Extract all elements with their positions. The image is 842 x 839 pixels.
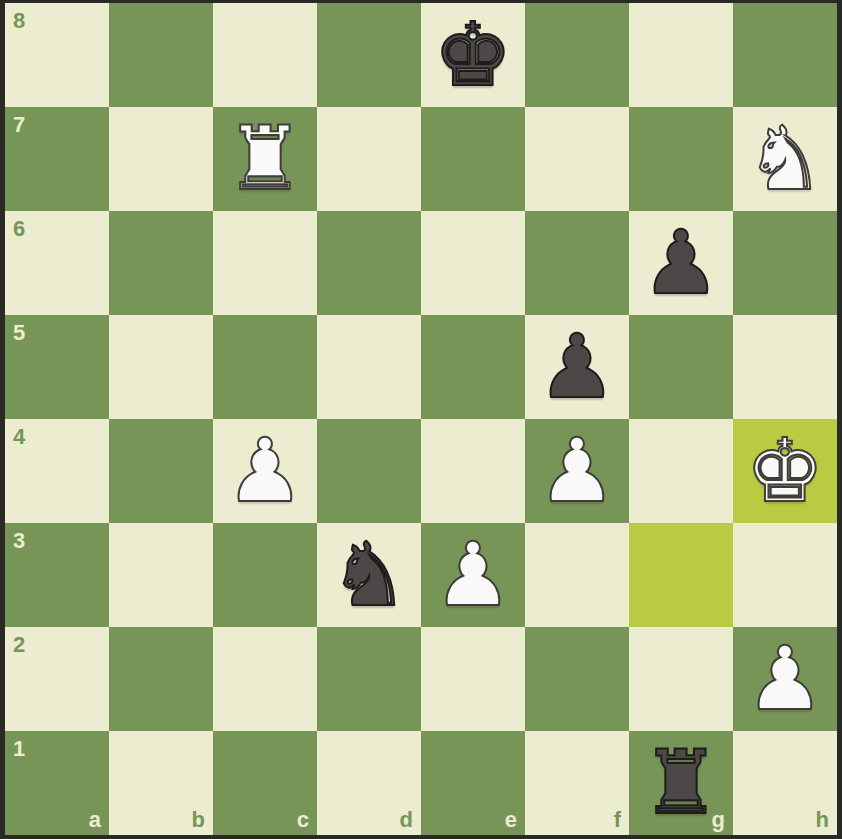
file-label-c: c — [297, 809, 309, 831]
square-h7[interactable]: ♞ — [733, 107, 837, 211]
square-e5[interactable] — [421, 315, 525, 419]
rank-label-6: 6 — [13, 218, 25, 240]
square-h3[interactable] — [733, 523, 837, 627]
square-d7[interactable] — [317, 107, 421, 211]
rank-label-3: 3 — [13, 530, 25, 552]
square-d1[interactable]: d — [317, 731, 421, 835]
square-h2[interactable]: ♟ — [733, 627, 837, 731]
rank-label-2: 2 — [13, 634, 25, 656]
square-a5[interactable]: 5 — [5, 315, 109, 419]
rank-label-8: 8 — [13, 10, 25, 32]
square-a6[interactable]: 6 — [5, 211, 109, 315]
white-pawn-icon[interactable]: ♟ — [733, 627, 837, 731]
square-g2[interactable] — [629, 627, 733, 731]
square-g6[interactable]: ♟ — [629, 211, 733, 315]
square-c3[interactable] — [213, 523, 317, 627]
black-knight-icon[interactable]: ♞ — [317, 523, 421, 627]
square-b3[interactable] — [109, 523, 213, 627]
file-label-a: a — [89, 809, 101, 831]
square-e4[interactable] — [421, 419, 525, 523]
square-a3[interactable]: 3 — [5, 523, 109, 627]
white-rook-icon[interactable]: ♜ — [213, 107, 317, 211]
square-c1[interactable]: c — [213, 731, 317, 835]
square-g7[interactable] — [629, 107, 733, 211]
square-d8[interactable] — [317, 3, 421, 107]
square-f7[interactable] — [525, 107, 629, 211]
white-knight-icon[interactable]: ♞ — [733, 107, 837, 211]
square-c8[interactable] — [213, 3, 317, 107]
white-pawn-icon[interactable]: ♟ — [525, 419, 629, 523]
square-e6[interactable] — [421, 211, 525, 315]
square-c7[interactable]: ♜ — [213, 107, 317, 211]
rank-label-4: 4 — [13, 426, 25, 448]
square-a1[interactable]: 1a — [5, 731, 109, 835]
file-label-e: e — [505, 809, 517, 831]
square-e2[interactable] — [421, 627, 525, 731]
black-pawn-icon[interactable]: ♟ — [525, 315, 629, 419]
rank-label-7: 7 — [13, 114, 25, 136]
square-e8[interactable]: ♚ — [421, 3, 525, 107]
square-d4[interactable] — [317, 419, 421, 523]
square-f6[interactable] — [525, 211, 629, 315]
square-h5[interactable] — [733, 315, 837, 419]
square-d2[interactable] — [317, 627, 421, 731]
square-h1[interactable]: h — [733, 731, 837, 835]
chess-board: 8♚7♜♞6♟5♟4♟♟♚3♞♟2♟1abcdefg♜h — [5, 3, 837, 835]
square-b5[interactable] — [109, 315, 213, 419]
square-c4[interactable]: ♟ — [213, 419, 317, 523]
square-f2[interactable] — [525, 627, 629, 731]
square-d3[interactable]: ♞ — [317, 523, 421, 627]
square-b4[interactable] — [109, 419, 213, 523]
black-pawn-icon[interactable]: ♟ — [629, 211, 733, 315]
square-a8[interactable]: 8 — [5, 3, 109, 107]
square-c6[interactable] — [213, 211, 317, 315]
square-b6[interactable] — [109, 211, 213, 315]
black-king-icon[interactable]: ♚ — [421, 3, 525, 107]
square-g4[interactable] — [629, 419, 733, 523]
square-d5[interactable] — [317, 315, 421, 419]
white-pawn-icon[interactable]: ♟ — [421, 523, 525, 627]
square-a2[interactable]: 2 — [5, 627, 109, 731]
square-b1[interactable]: b — [109, 731, 213, 835]
square-f3[interactable] — [525, 523, 629, 627]
square-e3[interactable]: ♟ — [421, 523, 525, 627]
square-g3[interactable] — [629, 523, 733, 627]
square-b8[interactable] — [109, 3, 213, 107]
square-b7[interactable] — [109, 107, 213, 211]
black-rook-icon[interactable]: ♜ — [629, 731, 733, 835]
file-label-h: h — [816, 809, 829, 831]
square-c2[interactable] — [213, 627, 317, 731]
file-label-d: d — [400, 809, 413, 831]
rank-label-1: 1 — [13, 738, 25, 760]
white-pawn-icon[interactable]: ♟ — [213, 419, 317, 523]
square-f5[interactable]: ♟ — [525, 315, 629, 419]
square-h8[interactable] — [733, 3, 837, 107]
square-h6[interactable] — [733, 211, 837, 315]
square-f4[interactable]: ♟ — [525, 419, 629, 523]
square-f1[interactable]: f — [525, 731, 629, 835]
file-label-b: b — [192, 809, 205, 831]
square-g1[interactable]: g♜ — [629, 731, 733, 835]
square-g8[interactable] — [629, 3, 733, 107]
square-c5[interactable] — [213, 315, 317, 419]
rank-label-5: 5 — [13, 322, 25, 344]
square-a7[interactable]: 7 — [5, 107, 109, 211]
square-b2[interactable] — [109, 627, 213, 731]
square-d6[interactable] — [317, 211, 421, 315]
white-king-icon[interactable]: ♚ — [733, 419, 837, 523]
square-f8[interactable] — [525, 3, 629, 107]
square-g5[interactable] — [629, 315, 733, 419]
file-label-f: f — [614, 809, 621, 831]
square-a4[interactable]: 4 — [5, 419, 109, 523]
square-e7[interactable] — [421, 107, 525, 211]
square-h4[interactable]: ♚ — [733, 419, 837, 523]
square-e1[interactable]: e — [421, 731, 525, 835]
